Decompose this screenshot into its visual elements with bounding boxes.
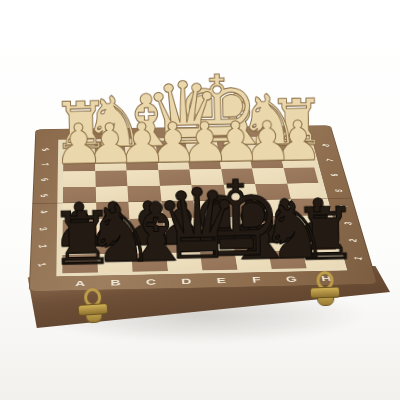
product-photo-scene: ♜♞♝♛♚♝♞♜♟♟♟♟♟♟♟♟♟♟♟♟♟♟♟♟♜♞♝♛♚♝♞♜ ABCDEFG… <box>0 0 400 400</box>
board-3d-wrapper: ♜♞♝♛♚♝♞♜♟♟♟♟♟♟♟♟♟♟♟♟♟♟♟♟♜♞♝♛♚♝♞♜ ABCDEFG… <box>22 0 379 292</box>
clasp-wing <box>78 303 109 316</box>
chess-board: ♜♞♝♛♚♝♞♜♟♟♟♟♟♟♟♟♟♟♟♟♟♟♟♟♜♞♝♛♚♝♞♜ ABCDEFG… <box>29 125 378 291</box>
brass-clasp-left-icon <box>77 287 110 333</box>
clasp-wing <box>310 286 340 298</box>
square-b6[interactable] <box>95 171 128 187</box>
brass-clasp-right-icon <box>309 270 341 315</box>
square-a6[interactable] <box>63 171 95 187</box>
file-label-d: D <box>168 275 204 287</box>
square-a1[interactable]: ♜ <box>62 254 97 273</box>
square-h6[interactable] <box>283 168 318 184</box>
square-a7[interactable]: ♟ <box>63 156 95 171</box>
file-label-f: F <box>238 274 275 286</box>
board-squares: ♜♞♝♛♚♝♞♜♟♟♟♟♟♟♟♟♟♟♟♟♟♟♟♟♜♞♝♛♚♝♞♜ <box>62 138 340 273</box>
file-label-c: C <box>133 276 169 288</box>
file-label-e: E <box>203 274 240 286</box>
file-label-g: G <box>273 273 310 285</box>
